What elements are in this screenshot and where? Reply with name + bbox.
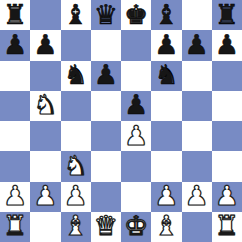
square-b1[interactable] — [30, 212, 60, 242]
square-d2[interactable] — [91, 182, 121, 212]
square-h2[interactable]: ♟ — [212, 182, 242, 212]
square-a4[interactable] — [0, 121, 30, 151]
square-h3[interactable] — [212, 151, 242, 181]
square-b8[interactable] — [30, 0, 60, 30]
square-c8[interactable]: ♝ — [61, 0, 91, 30]
square-c2[interactable]: ♟ — [61, 182, 91, 212]
square-g7[interactable]: ♟ — [182, 30, 212, 60]
square-f6[interactable]: ♞ — [151, 61, 181, 91]
square-f7[interactable]: ♟ — [151, 30, 181, 60]
square-c7[interactable] — [61, 30, 91, 60]
square-g6[interactable] — [182, 61, 212, 91]
piece-white-pawn[interactable]: ♟ — [215, 182, 239, 209]
square-d7[interactable] — [91, 30, 121, 60]
square-g3[interactable] — [182, 151, 212, 181]
square-e1[interactable]: ♚ — [121, 212, 151, 242]
square-a8[interactable]: ♜ — [0, 0, 30, 30]
square-a1[interactable]: ♜ — [0, 212, 30, 242]
piece-white-bishop[interactable]: ♝ — [154, 212, 178, 239]
piece-white-bishop[interactable]: ♝ — [64, 212, 88, 239]
square-d1[interactable]: ♛ — [91, 212, 121, 242]
piece-black-bishop[interactable]: ♝ — [154, 1, 178, 28]
square-d5[interactable] — [91, 91, 121, 121]
square-c5[interactable] — [61, 91, 91, 121]
piece-white-pawn[interactable]: ♟ — [124, 122, 148, 149]
piece-white-king[interactable]: ♚ — [124, 212, 148, 239]
piece-white-pawn[interactable]: ♟ — [64, 182, 88, 209]
square-f2[interactable]: ♟ — [151, 182, 181, 212]
square-g4[interactable] — [182, 121, 212, 151]
square-g2[interactable]: ♟ — [182, 182, 212, 212]
piece-black-rook[interactable]: ♜ — [215, 1, 239, 28]
piece-white-queen[interactable]: ♛ — [94, 212, 118, 239]
square-f4[interactable] — [151, 121, 181, 151]
square-h8[interactable]: ♜ — [212, 0, 242, 30]
piece-black-pawn[interactable]: ♟ — [154, 31, 178, 58]
square-b5[interactable]: ♞ — [30, 91, 60, 121]
chess-board: ♜♝♛♚♝♜♟♟♟♟♟♞♟♞♞♟♟♞♟♟♟♟♟♟♜♝♛♚♝♜ — [0, 0, 242, 242]
square-h5[interactable] — [212, 91, 242, 121]
piece-black-knight[interactable]: ♞ — [154, 61, 178, 88]
square-c4[interactable] — [61, 121, 91, 151]
square-a6[interactable] — [0, 61, 30, 91]
square-e6[interactable] — [121, 61, 151, 91]
piece-black-pawn[interactable]: ♟ — [3, 31, 27, 58]
square-d8[interactable]: ♛ — [91, 0, 121, 30]
square-a2[interactable]: ♟ — [0, 182, 30, 212]
square-e3[interactable] — [121, 151, 151, 181]
piece-white-pawn[interactable]: ♟ — [33, 182, 57, 209]
square-h6[interactable] — [212, 61, 242, 91]
piece-black-knight[interactable]: ♞ — [64, 61, 88, 88]
piece-white-rook[interactable]: ♜ — [215, 212, 239, 239]
square-h1[interactable]: ♜ — [212, 212, 242, 242]
square-a7[interactable]: ♟ — [0, 30, 30, 60]
piece-black-pawn[interactable]: ♟ — [124, 91, 148, 118]
square-g8[interactable] — [182, 0, 212, 30]
square-b2[interactable]: ♟ — [30, 182, 60, 212]
square-g5[interactable] — [182, 91, 212, 121]
square-b3[interactable] — [30, 151, 60, 181]
square-h7[interactable]: ♟ — [212, 30, 242, 60]
piece-black-rook[interactable]: ♜ — [3, 1, 27, 28]
piece-black-king[interactable]: ♚ — [124, 1, 148, 28]
square-e5[interactable]: ♟ — [121, 91, 151, 121]
square-b7[interactable]: ♟ — [30, 30, 60, 60]
piece-black-pawn[interactable]: ♟ — [215, 31, 239, 58]
piece-white-pawn[interactable]: ♟ — [3, 182, 27, 209]
square-f5[interactable] — [151, 91, 181, 121]
square-b4[interactable] — [30, 121, 60, 151]
square-e7[interactable] — [121, 30, 151, 60]
piece-white-knight[interactable]: ♞ — [64, 152, 88, 179]
piece-white-pawn[interactable]: ♟ — [185, 182, 209, 209]
piece-black-pawn[interactable]: ♟ — [33, 31, 57, 58]
square-f1[interactable]: ♝ — [151, 212, 181, 242]
square-d3[interactable] — [91, 151, 121, 181]
square-c6[interactable]: ♞ — [61, 61, 91, 91]
piece-black-queen[interactable]: ♛ — [94, 1, 118, 28]
square-h4[interactable] — [212, 121, 242, 151]
square-a3[interactable] — [0, 151, 30, 181]
square-e2[interactable] — [121, 182, 151, 212]
piece-white-knight[interactable]: ♞ — [33, 91, 57, 118]
piece-black-pawn[interactable]: ♟ — [185, 31, 209, 58]
square-c1[interactable]: ♝ — [61, 212, 91, 242]
square-b6[interactable] — [30, 61, 60, 91]
piece-white-pawn[interactable]: ♟ — [154, 182, 178, 209]
square-c3[interactable]: ♞ — [61, 151, 91, 181]
square-a5[interactable] — [0, 91, 30, 121]
square-e8[interactable]: ♚ — [121, 0, 151, 30]
square-f3[interactable] — [151, 151, 181, 181]
square-e4[interactable]: ♟ — [121, 121, 151, 151]
square-d4[interactable] — [91, 121, 121, 151]
piece-black-bishop[interactable]: ♝ — [64, 1, 88, 28]
piece-black-pawn[interactable]: ♟ — [94, 61, 118, 88]
square-d6[interactable]: ♟ — [91, 61, 121, 91]
square-g1[interactable] — [182, 212, 212, 242]
square-f8[interactable]: ♝ — [151, 0, 181, 30]
piece-white-rook[interactable]: ♜ — [3, 212, 27, 239]
